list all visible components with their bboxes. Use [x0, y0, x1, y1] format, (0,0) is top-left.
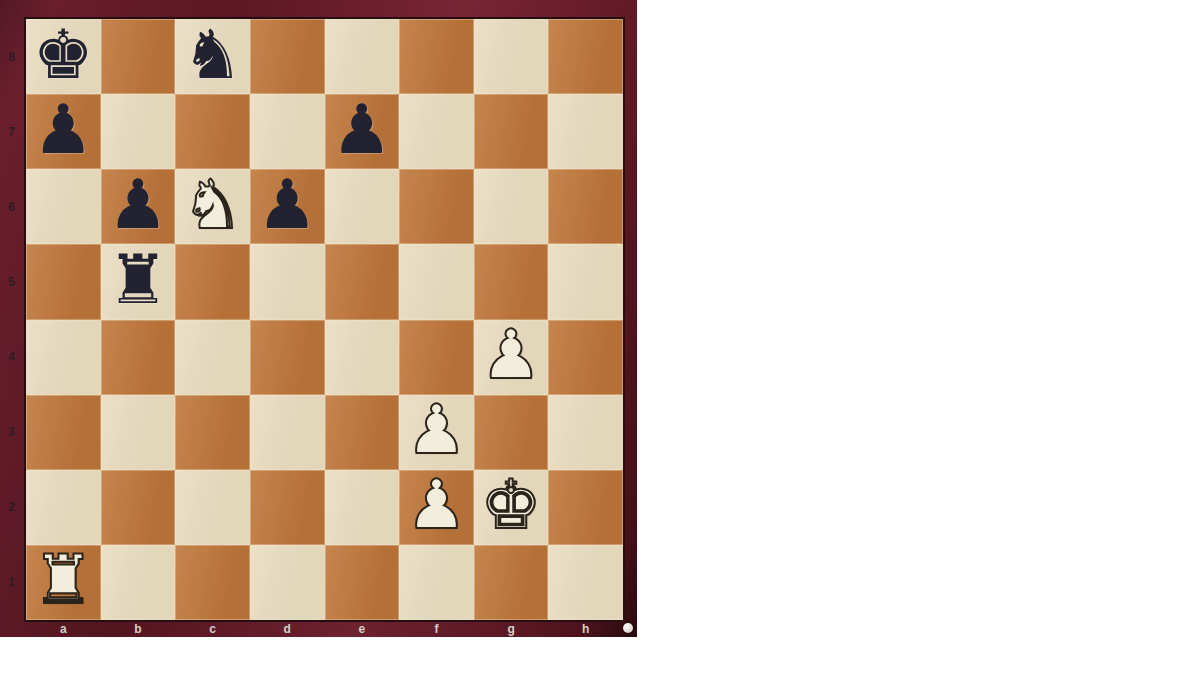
square-h7[interactable]: [548, 94, 623, 169]
square-f7[interactable]: [399, 94, 474, 169]
square-c7[interactable]: [175, 94, 250, 169]
square-f5[interactable]: [399, 244, 474, 319]
square-b2[interactable]: [101, 470, 176, 545]
square-c1[interactable]: [175, 545, 250, 620]
square-d3[interactable]: [250, 395, 325, 470]
square-b1[interactable]: [101, 545, 176, 620]
file-labels: abcdefgh: [26, 620, 623, 637]
square-e4[interactable]: [325, 320, 400, 395]
square-c2[interactable]: [175, 470, 250, 545]
square-d2[interactable]: [250, 470, 325, 545]
piece-black-knight[interactable]: ♞: [182, 21, 243, 89]
square-f4[interactable]: [399, 320, 474, 395]
square-h4[interactable]: [548, 320, 623, 395]
file-label-g: g: [474, 620, 549, 637]
square-d4[interactable]: [250, 320, 325, 395]
square-g8[interactable]: [474, 19, 549, 94]
rank-labels: 87654321: [0, 19, 23, 620]
piece-black-king[interactable]: ♚: [33, 21, 94, 89]
square-g2[interactable]: ♚: [474, 470, 549, 545]
square-f3[interactable]: ♟: [399, 395, 474, 470]
square-h2[interactable]: [548, 470, 623, 545]
square-f2[interactable]: ♟: [399, 470, 474, 545]
square-a1[interactable]: ♜: [26, 545, 101, 620]
piece-black-pawn[interactable]: ♟: [331, 96, 392, 164]
rank-label-2: 2: [0, 470, 23, 545]
piece-black-pawn[interactable]: ♟: [33, 96, 94, 164]
square-f8[interactable]: [399, 19, 474, 94]
square-b3[interactable]: [101, 395, 176, 470]
square-e5[interactable]: [325, 244, 400, 319]
square-b6[interactable]: ♟: [101, 169, 176, 244]
square-d5[interactable]: [250, 244, 325, 319]
piece-white-pawn[interactable]: ♟: [481, 321, 542, 389]
square-h6[interactable]: [548, 169, 623, 244]
file-label-f: f: [399, 620, 474, 637]
file-label-e: e: [325, 620, 400, 637]
piece-black-pawn[interactable]: ♟: [107, 171, 168, 239]
square-f6[interactable]: [399, 169, 474, 244]
square-e6[interactable]: [325, 169, 400, 244]
square-a3[interactable]: [26, 395, 101, 470]
square-g4[interactable]: ♟: [474, 320, 549, 395]
square-a4[interactable]: [26, 320, 101, 395]
square-b7[interactable]: [101, 94, 176, 169]
square-e7[interactable]: ♟: [325, 94, 400, 169]
square-c3[interactable]: [175, 395, 250, 470]
square-e3[interactable]: [325, 395, 400, 470]
square-a5[interactable]: [26, 244, 101, 319]
square-d8[interactable]: [250, 19, 325, 94]
square-h8[interactable]: [548, 19, 623, 94]
square-d7[interactable]: [250, 94, 325, 169]
square-b5[interactable]: ♜: [101, 244, 176, 319]
white-to-move-indicator: [623, 623, 633, 633]
file-label-a: a: [26, 620, 101, 637]
piece-white-pawn[interactable]: ♟: [406, 471, 467, 539]
square-a8[interactable]: ♚: [26, 19, 101, 94]
square-g1[interactable]: [474, 545, 549, 620]
square-h5[interactable]: [548, 244, 623, 319]
square-g7[interactable]: [474, 94, 549, 169]
square-h1[interactable]: [548, 545, 623, 620]
rank-label-6: 6: [0, 169, 23, 244]
board-squares: ♚♞♟♟♟♞♟♜♟♟♟♚♜: [26, 19, 623, 620]
square-g5[interactable]: [474, 244, 549, 319]
square-a6[interactable]: [26, 169, 101, 244]
square-g3[interactable]: [474, 395, 549, 470]
square-d1[interactable]: [250, 545, 325, 620]
square-g6[interactable]: [474, 169, 549, 244]
square-a7[interactable]: ♟: [26, 94, 101, 169]
piece-white-pawn[interactable]: ♟: [406, 396, 467, 464]
rank-label-4: 4: [0, 320, 23, 395]
piece-white-king[interactable]: ♚: [481, 471, 542, 539]
square-c6[interactable]: ♞: [175, 169, 250, 244]
square-f1[interactable]: [399, 545, 474, 620]
square-d6[interactable]: ♟: [250, 169, 325, 244]
piece-white-rook[interactable]: ♜: [33, 546, 94, 614]
file-label-b: b: [101, 620, 176, 637]
square-e8[interactable]: [325, 19, 400, 94]
square-c8[interactable]: ♞: [175, 19, 250, 94]
piece-black-pawn[interactable]: ♟: [257, 171, 318, 239]
square-h3[interactable]: [548, 395, 623, 470]
square-b8[interactable]: [101, 19, 176, 94]
file-label-h: h: [548, 620, 623, 637]
square-b4[interactable]: [101, 320, 176, 395]
file-label-c: c: [175, 620, 250, 637]
rank-label-7: 7: [0, 94, 23, 169]
square-e2[interactable]: [325, 470, 400, 545]
rank-label-3: 3: [0, 395, 23, 470]
square-c4[interactable]: [175, 320, 250, 395]
chess-board: 87654321 ♚♞♟♟♟♞♟♜♟♟♟♚♜ abcdefgh: [0, 0, 637, 637]
rank-label-1: 1: [0, 545, 23, 620]
rank-label-5: 5: [0, 244, 23, 319]
piece-black-rook[interactable]: ♜: [107, 246, 168, 314]
file-label-d: d: [250, 620, 325, 637]
piece-white-knight[interactable]: ♞: [182, 171, 243, 239]
rank-label-8: 8: [0, 19, 23, 94]
square-e1[interactable]: [325, 545, 400, 620]
square-c5[interactable]: [175, 244, 250, 319]
square-a2[interactable]: [26, 470, 101, 545]
